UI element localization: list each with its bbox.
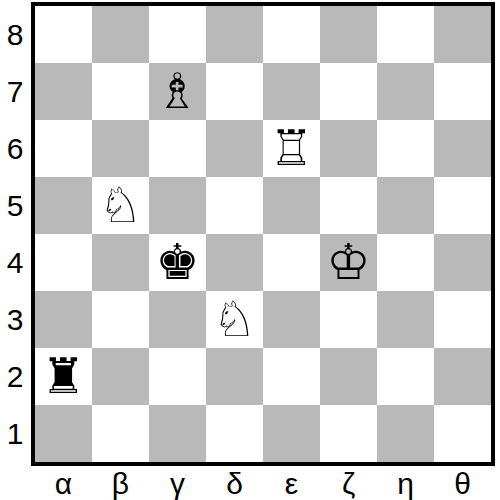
square-β5[interactable]: ♘ <box>92 177 149 234</box>
square-θ1[interactable] <box>434 405 491 462</box>
square-α1[interactable] <box>35 405 92 462</box>
square-ζ7[interactable] <box>320 63 377 120</box>
square-α4[interactable] <box>35 234 92 291</box>
square-η4[interactable] <box>377 234 434 291</box>
square-θ8[interactable] <box>434 6 491 63</box>
black-rook-piece: ♜ <box>35 348 92 405</box>
square-η5[interactable] <box>377 177 434 234</box>
square-β2[interactable] <box>92 348 149 405</box>
square-β4[interactable] <box>92 234 149 291</box>
file-label-α: α <box>35 467 92 500</box>
square-δ2[interactable] <box>206 348 263 405</box>
square-ζ1[interactable] <box>320 405 377 462</box>
square-γ4[interactable]: ♚ <box>149 234 206 291</box>
square-η7[interactable] <box>377 63 434 120</box>
square-θ3[interactable] <box>434 291 491 348</box>
square-γ8[interactable] <box>149 6 206 63</box>
file-label-δ: δ <box>206 467 263 500</box>
chess-board: ♗♖♘♚♔♘♜ <box>31 2 495 466</box>
square-ζ5[interactable] <box>320 177 377 234</box>
square-θ2[interactable] <box>434 348 491 405</box>
square-ε7[interactable] <box>263 63 320 120</box>
square-ζ3[interactable] <box>320 291 377 348</box>
square-θ5[interactable] <box>434 177 491 234</box>
square-δ3[interactable]: ♘ <box>206 291 263 348</box>
rank-label-6: 6 <box>0 120 30 177</box>
square-δ7[interactable] <box>206 63 263 120</box>
square-γ5[interactable] <box>149 177 206 234</box>
square-α6[interactable] <box>35 120 92 177</box>
file-label-η: η <box>377 467 434 500</box>
square-β6[interactable] <box>92 120 149 177</box>
black-king-piece: ♚ <box>149 234 206 291</box>
rank-label-4: 4 <box>0 234 30 291</box>
file-label-ζ: ζ <box>320 467 377 500</box>
file-label-β: β <box>92 467 149 500</box>
rank-label-2: 2 <box>0 348 30 405</box>
square-θ7[interactable] <box>434 63 491 120</box>
square-α8[interactable] <box>35 6 92 63</box>
square-ε4[interactable] <box>263 234 320 291</box>
square-ε6[interactable]: ♖ <box>263 120 320 177</box>
square-δ5[interactable] <box>206 177 263 234</box>
square-η8[interactable] <box>377 6 434 63</box>
white-king-piece: ♔ <box>320 234 377 291</box>
file-labels: αβγδεζηθ <box>35 467 491 500</box>
file-label-γ: γ <box>149 467 206 500</box>
chess-diagram: 87654321 ♗♖♘♚♔♘♜ αβγδεζηθ <box>0 0 500 500</box>
square-β1[interactable] <box>92 405 149 462</box>
square-θ6[interactable] <box>434 120 491 177</box>
square-β7[interactable] <box>92 63 149 120</box>
square-α5[interactable] <box>35 177 92 234</box>
square-η6[interactable] <box>377 120 434 177</box>
rank-labels: 87654321 <box>0 6 30 462</box>
square-β3[interactable] <box>92 291 149 348</box>
rank-label-7: 7 <box>0 63 30 120</box>
rank-label-1: 1 <box>0 405 30 462</box>
white-knight-piece: ♘ <box>92 177 149 234</box>
square-ε1[interactable] <box>263 405 320 462</box>
square-ζ2[interactable] <box>320 348 377 405</box>
square-ζ6[interactable] <box>320 120 377 177</box>
square-η1[interactable] <box>377 405 434 462</box>
file-label-θ: θ <box>434 467 491 500</box>
square-γ3[interactable] <box>149 291 206 348</box>
square-η3[interactable] <box>377 291 434 348</box>
white-rook-piece: ♖ <box>263 120 320 177</box>
square-α7[interactable] <box>35 63 92 120</box>
square-ζ4[interactable]: ♔ <box>320 234 377 291</box>
square-ε5[interactable] <box>263 177 320 234</box>
square-δ8[interactable] <box>206 6 263 63</box>
white-bishop-piece: ♗ <box>149 63 206 120</box>
square-α2[interactable]: ♜ <box>35 348 92 405</box>
square-η2[interactable] <box>377 348 434 405</box>
rank-label-5: 5 <box>0 177 30 234</box>
square-α3[interactable] <box>35 291 92 348</box>
square-β8[interactable] <box>92 6 149 63</box>
square-γ7[interactable]: ♗ <box>149 63 206 120</box>
square-δ4[interactable] <box>206 234 263 291</box>
rank-label-3: 3 <box>0 291 30 348</box>
white-knight-piece: ♘ <box>206 291 263 348</box>
square-γ1[interactable] <box>149 405 206 462</box>
square-ε8[interactable] <box>263 6 320 63</box>
square-ε2[interactable] <box>263 348 320 405</box>
square-δ6[interactable] <box>206 120 263 177</box>
square-δ1[interactable] <box>206 405 263 462</box>
square-ε3[interactable] <box>263 291 320 348</box>
file-label-ε: ε <box>263 467 320 500</box>
square-ζ8[interactable] <box>320 6 377 63</box>
square-γ2[interactable] <box>149 348 206 405</box>
square-θ4[interactable] <box>434 234 491 291</box>
rank-label-8: 8 <box>0 6 30 63</box>
square-γ6[interactable] <box>149 120 206 177</box>
